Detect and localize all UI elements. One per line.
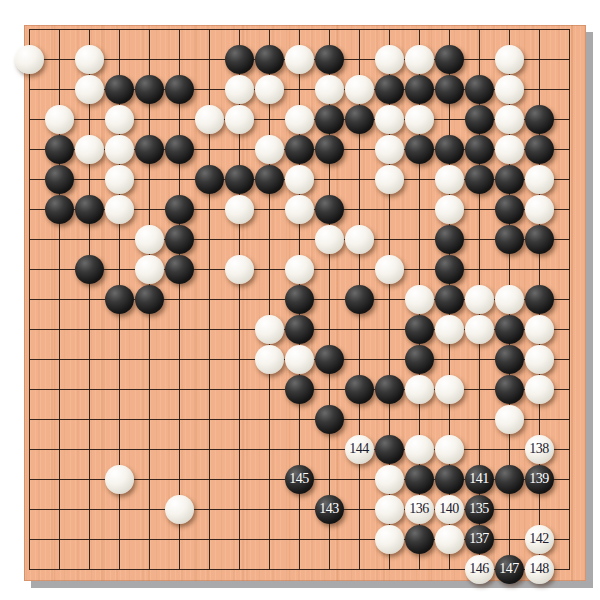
white-stone: 136 bbox=[405, 495, 434, 524]
white-stone bbox=[135, 255, 164, 284]
white-stone bbox=[225, 195, 254, 224]
black-stone bbox=[285, 315, 314, 344]
black-stone bbox=[315, 345, 344, 374]
black-stone bbox=[405, 525, 434, 554]
white-stone bbox=[75, 135, 104, 164]
black-stone bbox=[495, 315, 524, 344]
black-stone bbox=[465, 105, 494, 134]
white-stone bbox=[375, 525, 404, 554]
white-stone bbox=[525, 315, 554, 344]
black-stone bbox=[315, 105, 344, 134]
white-stone: 138 bbox=[525, 435, 554, 464]
black-stone bbox=[525, 135, 554, 164]
white-stone bbox=[105, 195, 134, 224]
white-stone bbox=[435, 375, 464, 404]
black-stone bbox=[525, 225, 554, 254]
white-stone bbox=[75, 75, 104, 104]
move-number: 147 bbox=[499, 562, 519, 576]
white-stone bbox=[195, 105, 224, 134]
black-stone bbox=[465, 165, 494, 194]
black-stone bbox=[165, 135, 194, 164]
black-stone bbox=[405, 315, 434, 344]
white-stone bbox=[525, 165, 554, 194]
go-board[interactable]: 1441381451411391431361401351371421461471… bbox=[24, 25, 586, 581]
black-stone bbox=[465, 135, 494, 164]
white-stone bbox=[255, 315, 284, 344]
white-stone bbox=[285, 195, 314, 224]
white-stone bbox=[285, 45, 314, 74]
black-stone bbox=[255, 45, 284, 74]
white-stone bbox=[405, 285, 434, 314]
white-stone bbox=[165, 495, 194, 524]
white-stone bbox=[315, 225, 344, 254]
white-stone: 142 bbox=[525, 525, 554, 554]
black-stone bbox=[315, 135, 344, 164]
black-stone: 147 bbox=[495, 555, 524, 584]
white-stone: 146 bbox=[465, 555, 494, 584]
white-stone bbox=[495, 135, 524, 164]
black-stone bbox=[495, 375, 524, 404]
black-stone: 141 bbox=[465, 465, 494, 494]
white-stone bbox=[375, 105, 404, 134]
black-stone: 145 bbox=[285, 465, 314, 494]
white-stone bbox=[405, 375, 434, 404]
white-stone bbox=[345, 225, 374, 254]
black-stone bbox=[495, 465, 524, 494]
move-number: 142 bbox=[529, 532, 549, 546]
white-stone bbox=[225, 105, 254, 134]
black-stone bbox=[495, 225, 524, 254]
black-stone bbox=[45, 195, 74, 224]
black-stone bbox=[405, 465, 434, 494]
black-stone bbox=[435, 225, 464, 254]
move-number: 146 bbox=[469, 562, 489, 576]
white-stone bbox=[75, 45, 104, 74]
black-stone bbox=[435, 75, 464, 104]
black-stone bbox=[75, 255, 104, 284]
white-stone bbox=[375, 165, 404, 194]
white-stone bbox=[225, 255, 254, 284]
white-stone bbox=[225, 75, 254, 104]
white-stone bbox=[285, 165, 314, 194]
white-stone bbox=[465, 315, 494, 344]
white-stone bbox=[105, 165, 134, 194]
black-stone bbox=[135, 285, 164, 314]
move-number: 138 bbox=[529, 442, 549, 456]
black-stone: 135 bbox=[465, 495, 494, 524]
black-stone bbox=[525, 105, 554, 134]
black-stone bbox=[525, 285, 554, 314]
black-stone bbox=[495, 345, 524, 374]
black-stone bbox=[315, 405, 344, 434]
move-number: 148 bbox=[529, 562, 549, 576]
white-stone bbox=[375, 45, 404, 74]
black-stone: 139 bbox=[525, 465, 554, 494]
black-stone bbox=[45, 135, 74, 164]
white-stone bbox=[315, 75, 344, 104]
black-stone bbox=[225, 45, 254, 74]
white-stone bbox=[435, 315, 464, 344]
black-stone: 143 bbox=[315, 495, 344, 524]
white-stone bbox=[405, 435, 434, 464]
black-stone bbox=[375, 375, 404, 404]
white-stone bbox=[15, 45, 44, 74]
white-stone bbox=[375, 135, 404, 164]
move-number: 140 bbox=[439, 502, 459, 516]
grid-line bbox=[29, 419, 570, 420]
black-stone bbox=[165, 195, 194, 224]
white-stone bbox=[525, 345, 554, 374]
white-stone bbox=[45, 105, 74, 134]
white-stone bbox=[525, 375, 554, 404]
black-stone bbox=[225, 165, 254, 194]
black-stone bbox=[435, 465, 464, 494]
move-number: 143 bbox=[319, 502, 339, 516]
black-stone bbox=[405, 75, 434, 104]
white-stone bbox=[435, 165, 464, 194]
move-number: 141 bbox=[469, 472, 489, 486]
black-stone bbox=[75, 195, 104, 224]
white-stone bbox=[105, 465, 134, 494]
white-stone bbox=[495, 405, 524, 434]
white-stone: 144 bbox=[345, 435, 374, 464]
move-number: 136 bbox=[409, 502, 429, 516]
black-stone bbox=[255, 165, 284, 194]
white-stone bbox=[105, 135, 134, 164]
white-stone: 140 bbox=[435, 495, 464, 524]
move-number: 144 bbox=[349, 442, 369, 456]
black-stone bbox=[345, 375, 374, 404]
page: { "game": "go", "board": { "size": 19, "… bbox=[0, 0, 600, 600]
black-stone bbox=[195, 165, 224, 194]
black-stone bbox=[165, 75, 194, 104]
white-stone: 148 bbox=[525, 555, 554, 584]
black-stone bbox=[465, 75, 494, 104]
black-stone bbox=[285, 375, 314, 404]
black-stone bbox=[435, 285, 464, 314]
black-stone bbox=[285, 135, 314, 164]
white-stone bbox=[375, 255, 404, 284]
black-stone bbox=[405, 345, 434, 374]
move-number: 135 bbox=[469, 502, 489, 516]
white-stone bbox=[435, 525, 464, 554]
white-stone bbox=[375, 495, 404, 524]
white-stone bbox=[255, 135, 284, 164]
white-stone bbox=[255, 345, 284, 374]
move-number: 139 bbox=[529, 472, 549, 486]
black-stone bbox=[375, 435, 404, 464]
black-stone bbox=[345, 105, 374, 134]
white-stone bbox=[435, 435, 464, 464]
grid-line bbox=[569, 29, 570, 570]
white-stone bbox=[285, 345, 314, 374]
white-stone bbox=[495, 105, 524, 134]
black-stone bbox=[315, 45, 344, 74]
white-stone bbox=[495, 75, 524, 104]
black-stone bbox=[345, 285, 374, 314]
black-stone bbox=[435, 255, 464, 284]
white-stone bbox=[435, 195, 464, 224]
move-number: 145 bbox=[289, 472, 309, 486]
white-stone bbox=[525, 195, 554, 224]
white-stone bbox=[285, 105, 314, 134]
white-stone bbox=[285, 255, 314, 284]
white-stone bbox=[345, 75, 374, 104]
move-number: 137 bbox=[469, 532, 489, 546]
black-stone bbox=[435, 135, 464, 164]
black-stone: 137 bbox=[465, 525, 494, 554]
black-stone bbox=[285, 285, 314, 314]
black-stone bbox=[315, 195, 344, 224]
white-stone bbox=[375, 465, 404, 494]
white-stone bbox=[405, 45, 434, 74]
black-stone bbox=[135, 75, 164, 104]
black-stone bbox=[165, 225, 194, 254]
white-stone bbox=[135, 225, 164, 254]
black-stone bbox=[495, 195, 524, 224]
black-stone bbox=[45, 165, 74, 194]
black-stone bbox=[435, 45, 464, 74]
white-stone bbox=[465, 285, 494, 314]
white-stone bbox=[405, 105, 434, 134]
black-stone bbox=[405, 135, 434, 164]
black-stone bbox=[105, 75, 134, 104]
black-stone bbox=[495, 165, 524, 194]
white-stone bbox=[495, 45, 524, 74]
black-stone bbox=[375, 75, 404, 104]
black-stone bbox=[105, 285, 134, 314]
white-stone bbox=[105, 105, 134, 134]
white-stone bbox=[495, 285, 524, 314]
grid-line bbox=[29, 449, 570, 450]
white-stone bbox=[255, 75, 284, 104]
black-stone bbox=[135, 135, 164, 164]
black-stone bbox=[165, 255, 194, 284]
